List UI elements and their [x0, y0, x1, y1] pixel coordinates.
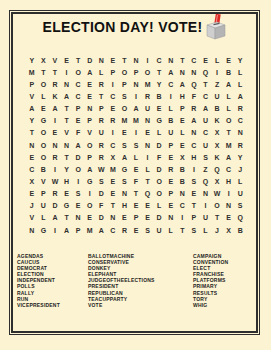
- grid-cell-r3c19: L: [234, 78, 246, 90]
- grid-cell-r9c14: X: [177, 151, 189, 163]
- grid-cell-r6c14: E: [177, 115, 189, 127]
- grid-cell-r4c10: I: [130, 90, 142, 102]
- grid-cell-r14c3: A: [49, 212, 61, 224]
- grid-cell-r1c15: C: [188, 54, 200, 66]
- ballot-box-icon: [204, 14, 228, 44]
- grid-cell-r6c12: G: [153, 115, 165, 127]
- grid-cell-r11c12: O: [153, 175, 165, 187]
- grid-cell-r7c5: F: [72, 127, 84, 139]
- grid-cell-r3c18: A: [223, 78, 235, 90]
- grid-cell-r5c9: O: [119, 103, 131, 115]
- grid-cell-r2c10: P: [130, 66, 142, 78]
- grid-cell-r11c3: W: [49, 175, 61, 187]
- grid-cell-r2c19: L: [234, 66, 246, 78]
- grid-cell-r6c18: O: [223, 115, 235, 127]
- grid-cell-r15c5: P: [72, 224, 84, 236]
- grid-cell-r3c2: O: [38, 78, 50, 90]
- grid-cell-r15c12: U: [153, 224, 165, 236]
- grid-cell-r7c14: L: [177, 127, 189, 139]
- grid-cell-r4c17: U: [211, 90, 223, 102]
- grid-cell-r10c4: Y: [61, 163, 73, 175]
- grid-cell-r15c1: N: [26, 224, 38, 236]
- grid-cell-r5c6: N: [84, 103, 96, 115]
- grid-cell-r3c7: R: [95, 78, 107, 90]
- grid-cell-r6c16: U: [200, 115, 212, 127]
- grid-cell-r15c2: G: [38, 224, 50, 236]
- grid-cell-r12c8: E: [107, 188, 119, 200]
- grid-cell-r13c6: O: [84, 200, 96, 212]
- grid-cell-r13c16: I: [200, 200, 212, 212]
- grid-cell-r10c17: Q: [211, 163, 223, 175]
- grid-cell-r1c5: T: [72, 54, 84, 66]
- grid-cell-r10c16: Z: [200, 163, 212, 175]
- grid-cell-r9c9: A: [119, 151, 131, 163]
- grid-cell-r4c2: L: [38, 90, 50, 102]
- grid-cell-r7c10: I: [130, 127, 142, 139]
- grid-cell-r5c11: U: [142, 103, 154, 115]
- grid-cell-r15c16: L: [200, 224, 212, 236]
- grid-cell-r14c8: N: [107, 212, 119, 224]
- grid-cell-r3c1: P: [26, 78, 38, 90]
- grid-cell-r5c3: A: [49, 103, 61, 115]
- grid-cell-r10c2: B: [38, 163, 50, 175]
- grid-cell-r1c16: E: [200, 54, 212, 66]
- grid-cell-r13c8: T: [107, 200, 119, 212]
- grid-cell-r2c7: L: [95, 66, 107, 78]
- grid-cell-r2c1: M: [26, 66, 38, 78]
- grid-cell-r4c14: H: [177, 90, 189, 102]
- grid-cell-r2c13: A: [165, 66, 177, 78]
- grid-cell-r6c19: C: [234, 115, 246, 127]
- grid-cell-r13c12: L: [153, 200, 165, 212]
- grid-cell-r13c5: E: [72, 200, 84, 212]
- grid-cell-r7c6: V: [84, 127, 96, 139]
- grid-cell-r1c4: E: [61, 54, 73, 66]
- grid-cell-r8c11: N: [142, 139, 154, 151]
- grid-cell-r3c11: M: [142, 78, 154, 90]
- grid-cell-r9c8: X: [107, 151, 119, 163]
- grid-cell-r8c4: N: [61, 139, 73, 151]
- grid-cell-r7c4: V: [61, 127, 73, 139]
- grid-cell-r6c17: K: [211, 115, 223, 127]
- grid-cell-r2c15: N: [188, 66, 200, 78]
- grid-cell-r9c17: K: [211, 151, 223, 163]
- page-title: ELECTION DAY! VOTE!: [43, 19, 203, 35]
- grid-cell-r10c19: J: [234, 163, 246, 175]
- grid-cell-r9c19: Y: [234, 151, 246, 163]
- grid-cell-r7c13: U: [165, 127, 177, 139]
- grid-cell-r10c1: C: [26, 163, 38, 175]
- grid-cell-r1c9: T: [119, 54, 131, 66]
- grid-cell-r2c9: O: [119, 66, 131, 78]
- grid-cell-r13c18: N: [223, 200, 235, 212]
- grid-cell-r6c9: M: [119, 115, 131, 127]
- grid-cell-r2c8: P: [107, 66, 119, 78]
- grid-cell-r10c11: L: [142, 163, 154, 175]
- grid-cell-r10c3: I: [49, 163, 61, 175]
- grid-cell-r10c7: W: [95, 163, 107, 175]
- grid-cell-r15c10: E: [130, 224, 142, 236]
- grid-cell-r1c13: N: [165, 54, 177, 66]
- grid-cell-r9c4: T: [61, 151, 73, 163]
- grid-cell-r3c4: N: [61, 78, 73, 90]
- grid-cell-r13c13: E: [165, 200, 177, 212]
- grid-cell-r7c18: T: [223, 127, 235, 139]
- grid-cell-r7c7: U: [95, 127, 107, 139]
- grid-cell-r1c14: T: [177, 54, 189, 66]
- grid-cell-r3c6: E: [84, 78, 96, 90]
- grid-cell-r7c19: N: [234, 127, 246, 139]
- grid-cell-r5c19: R: [234, 103, 246, 115]
- grid-cell-r10c18: C: [223, 163, 235, 175]
- grid-cell-r3c16: T: [200, 78, 212, 90]
- grid-cell-r15c3: I: [49, 224, 61, 236]
- grid-cell-r14c13: N: [165, 212, 177, 224]
- grid-cell-r14c11: E: [142, 212, 154, 224]
- grid-cell-r14c12: D: [153, 212, 165, 224]
- grid-cell-r13c11: E: [142, 200, 154, 212]
- grid-cell-r10c5: O: [72, 163, 84, 175]
- grid-cell-r15c17: J: [211, 224, 223, 236]
- grid-cell-r11c6: G: [84, 175, 96, 187]
- grid-cell-r2c5: O: [72, 66, 84, 78]
- grid-cell-r5c12: E: [153, 103, 165, 115]
- grid-cell-r1c19: Y: [234, 54, 246, 66]
- grid-cell-r4c6: E: [84, 90, 96, 102]
- grid-cell-r9c11: I: [142, 151, 154, 163]
- grid-cell-r6c2: G: [38, 115, 50, 127]
- grid-cell-r1c10: N: [130, 54, 142, 66]
- grid-cell-r1c11: I: [142, 54, 154, 66]
- word-list-column-1: AGENDASCAUCUSDEMOCRATELECTIONINDEPENDENT…: [17, 253, 88, 308]
- grid-cell-r12c7: D: [95, 188, 107, 200]
- grid-cell-r15c7: A: [95, 224, 107, 236]
- grid-cell-r7c8: I: [107, 127, 119, 139]
- grid-cell-r5c7: P: [95, 103, 107, 115]
- grid-cell-r4c5: C: [72, 90, 84, 102]
- grid-cell-r2c18: B: [223, 66, 235, 78]
- grid-cell-r12c12: O: [153, 188, 165, 200]
- grid-cell-r3c9: P: [119, 78, 131, 90]
- grid-cell-r2c17: I: [211, 66, 223, 78]
- grid-cell-r5c8: E: [107, 103, 119, 115]
- grid-cell-r1c2: X: [38, 54, 50, 66]
- grid-cell-r11c15: S: [188, 175, 200, 187]
- grid-cell-r8c14: E: [177, 139, 189, 151]
- grid-cell-r12c6: I: [84, 188, 96, 200]
- grid-cell-r12c10: T: [130, 188, 142, 200]
- grid-cell-r13c7: F: [95, 200, 107, 212]
- grid-cell-r11c13: E: [165, 175, 177, 187]
- grid-cell-r8c17: X: [211, 139, 223, 151]
- grid-cell-r11c18: H: [223, 175, 235, 187]
- grid-cell-r6c1: Y: [26, 115, 38, 127]
- grid-cell-r15c19: B: [234, 224, 246, 236]
- grid-cell-r13c9: H: [119, 200, 131, 212]
- grid-cell-r13c1: J: [26, 200, 38, 212]
- grid-cell-r8c19: R: [234, 139, 246, 151]
- grid-cell-r8c3: N: [49, 139, 61, 151]
- grid-cell-r13c10: E: [130, 200, 142, 212]
- grid-cell-r5c13: L: [165, 103, 177, 115]
- grid-cell-r11c4: H: [61, 175, 73, 187]
- grid-cell-r8c8: C: [107, 139, 119, 151]
- grid-cell-r8c7: R: [95, 139, 107, 151]
- grid-cell-r15c9: R: [119, 224, 131, 236]
- grid-cell-r7c11: E: [142, 127, 154, 139]
- grid-cell-r14c19: Q: [234, 212, 246, 224]
- grid-cell-r12c3: R: [49, 188, 61, 200]
- grid-cell-r9c13: E: [165, 151, 177, 163]
- grid-cell-r7c3: E: [49, 127, 61, 139]
- word-list-column-2: BALLOTMACHINECONSERVATIVEDONKEYELEPHANTJ…: [88, 253, 193, 308]
- grid-cell-r9c18: A: [223, 151, 235, 163]
- grid-cell-r5c18: L: [223, 103, 235, 115]
- grid-cell-r8c5: A: [72, 139, 84, 151]
- grid-cell-r15c15: S: [188, 224, 200, 236]
- grid-cell-r1c8: E: [107, 54, 119, 66]
- grid-cell-r15c13: L: [165, 224, 177, 236]
- grid-cell-r4c13: I: [165, 90, 177, 102]
- grid-cell-r14c18: E: [223, 212, 235, 224]
- grid-cell-r14c16: U: [200, 212, 212, 224]
- grid-cell-r1c1: Y: [26, 54, 38, 66]
- grid-cell-r13c15: T: [188, 200, 200, 212]
- grid-cell-r10c9: G: [119, 163, 131, 175]
- grid-cell-r1c17: L: [211, 54, 223, 66]
- grid-cell-r3c3: R: [49, 78, 61, 90]
- grid-cell-r14c6: E: [84, 212, 96, 224]
- grid-cell-r5c15: R: [188, 103, 200, 115]
- grid-cell-r3c14: A: [177, 78, 189, 90]
- grid-cell-r9c10: L: [130, 151, 142, 163]
- worksheet-page: ELECTION DAY! VOTE! YXVETDNETNICNTCELEYM…: [0, 0, 271, 350]
- grid-cell-r3c5: C: [72, 78, 84, 90]
- grid-cell-r14c14: I: [177, 212, 189, 224]
- grid-cell-r15c4: A: [61, 224, 73, 236]
- grid-cell-r5c14: P: [177, 103, 189, 115]
- grid-cell-r8c9: S: [119, 139, 131, 151]
- grid-cell-r11c19: L: [234, 175, 246, 187]
- grid-cell-r4c4: A: [61, 90, 73, 102]
- grid-cell-r10c12: D: [153, 163, 165, 175]
- grid-cell-r6c7: R: [95, 115, 107, 127]
- grid-cell-r4c3: K: [49, 90, 61, 102]
- grid-cell-r6c11: N: [142, 115, 154, 127]
- grid-cell-r12c2: P: [38, 188, 50, 200]
- grid-cell-r12c15: E: [188, 188, 200, 200]
- grid-cell-r6c13: B: [165, 115, 177, 127]
- grid-cell-r5c4: T: [61, 103, 73, 115]
- grid-cell-r11c14: B: [177, 175, 189, 187]
- grid-cell-r14c1: V: [26, 212, 38, 224]
- grid-cell-r9c15: H: [188, 151, 200, 163]
- grid-cell-r10c15: I: [188, 163, 200, 175]
- grid-cell-r2c6: A: [84, 66, 96, 78]
- grid-cell-r11c1: X: [26, 175, 38, 187]
- grid-cell-r4c15: F: [188, 90, 200, 102]
- grid-cell-r7c15: N: [188, 127, 200, 139]
- grid-cell-r9c7: R: [95, 151, 107, 163]
- grid-cell-r14c2: L: [38, 212, 50, 224]
- grid-cell-r4c19: A: [234, 90, 246, 102]
- grid-cell-r2c2: T: [38, 66, 50, 78]
- grid-cell-r5c5: P: [72, 103, 84, 115]
- grid-cell-r6c4: T: [61, 115, 73, 127]
- grid-cell-r15c11: S: [142, 224, 154, 236]
- grid-cell-r11c10: F: [130, 175, 142, 187]
- grid-cell-r15c14: T: [177, 224, 189, 236]
- grid-cell-r4c8: C: [107, 90, 119, 102]
- grid-cell-r8c2: O: [38, 139, 50, 151]
- grid-cell-r12c9: N: [119, 188, 131, 200]
- grid-cell-r6c6: P: [84, 115, 96, 127]
- grid-cell-r2c3: T: [49, 66, 61, 78]
- grid-cell-r8c10: S: [130, 139, 142, 151]
- grid-cell-r8c12: D: [153, 139, 165, 151]
- grid-cell-r5c2: E: [38, 103, 50, 115]
- grid-cell-r8c6: O: [84, 139, 96, 151]
- grid-cell-r13c2: U: [38, 200, 50, 212]
- word-list-item: VOTE: [88, 302, 193, 308]
- grid-cell-r12c14: N: [177, 188, 189, 200]
- grid-cell-r15c8: C: [107, 224, 119, 236]
- grid-cell-r8c18: M: [223, 139, 235, 151]
- grid-cell-r5c10: A: [130, 103, 142, 115]
- grid-cell-r10c8: M: [107, 163, 119, 175]
- grid-cell-r11c7: S: [95, 175, 107, 187]
- grid-cell-r8c16: U: [200, 139, 212, 151]
- grid-cell-r13c19: S: [234, 200, 246, 212]
- grid-cell-r12c19: U: [234, 188, 246, 200]
- grid-cell-r6c8: R: [107, 115, 119, 127]
- grid-cell-r12c13: P: [165, 188, 177, 200]
- grid-cell-r10c10: E: [130, 163, 142, 175]
- grid-cell-r12c4: E: [61, 188, 73, 200]
- grid-cell-r1c7: N: [95, 54, 107, 66]
- grid-cell-r1c12: C: [153, 54, 165, 66]
- grid-cell-r7c2: O: [38, 127, 50, 139]
- grid-cell-r7c9: E: [119, 127, 131, 139]
- grid-cell-r7c1: T: [26, 127, 38, 139]
- grid-cell-r1c18: E: [223, 54, 235, 66]
- grid-cell-r3c8: I: [107, 78, 119, 90]
- grid-cell-r6c5: E: [72, 115, 84, 127]
- grid-cell-r14c9: E: [119, 212, 131, 224]
- grid-cell-r1c6: D: [84, 54, 96, 66]
- grid-cell-r13c4: G: [61, 200, 73, 212]
- grid-cell-r11c5: I: [72, 175, 84, 187]
- grid-cell-r14c10: P: [130, 212, 142, 224]
- grid-cell-r2c14: N: [177, 66, 189, 78]
- grid-cell-r11c17: X: [211, 175, 223, 187]
- grid-cell-r11c11: T: [142, 175, 154, 187]
- grid-cell-r12c1: E: [26, 188, 38, 200]
- grid-cell-r4c9: S: [119, 90, 131, 102]
- grid-cell-r11c9: S: [119, 175, 131, 187]
- grid-cell-r5c16: A: [200, 103, 212, 115]
- grid-cell-r8c1: N: [26, 139, 38, 151]
- grid-cell-r6c15: A: [188, 115, 200, 127]
- grid-cell-r15c18: X: [223, 224, 235, 236]
- grid-cell-r14c17: T: [211, 212, 223, 224]
- grid-cell-r4c7: T: [95, 90, 107, 102]
- grid-cell-r7c17: X: [211, 127, 223, 139]
- word-list-item: VICEPRESIDENT: [17, 302, 88, 308]
- grid-cell-r9c12: F: [153, 151, 165, 163]
- grid-cell-r8c13: P: [165, 139, 177, 151]
- grid-cell-r3c13: C: [165, 78, 177, 90]
- grid-cell-r11c8: E: [107, 175, 119, 187]
- grid-cell-r9c5: D: [72, 151, 84, 163]
- word-list-column-3: CAMPAIGNCONVENTIONELECTFRANCHISEPLATFORM…: [193, 253, 255, 308]
- grid-cell-r10c14: B: [177, 163, 189, 175]
- grid-cell-r9c6: P: [84, 151, 96, 163]
- grid-cell-r7c12: L: [153, 127, 165, 139]
- grid-cell-r7c16: C: [200, 127, 212, 139]
- grid-cell-r14c7: D: [95, 212, 107, 224]
- grid-cell-r13c14: C: [177, 200, 189, 212]
- grid-cell-r2c11: O: [142, 66, 154, 78]
- grid-cell-r3c17: Z: [211, 78, 223, 90]
- grid-cell-r15c6: M: [84, 224, 96, 236]
- grid-cell-r2c4: I: [61, 66, 73, 78]
- grid-cell-r12c5: S: [72, 188, 84, 200]
- grid-cell-r12c16: N: [200, 188, 212, 200]
- grid-cell-r3c15: Q: [188, 78, 200, 90]
- grid-cell-r5c1: A: [26, 103, 38, 115]
- grid-cell-r3c12: Y: [153, 78, 165, 90]
- grid-cell-r1c3: V: [49, 54, 61, 66]
- header: ELECTION DAY! VOTE!: [0, 14, 271, 44]
- word-list: AGENDASCAUCUSDEMOCRATELECTIONINDEPENDENT…: [17, 253, 255, 308]
- grid-cell-r3c10: N: [130, 78, 142, 90]
- grid-cell-r4c1: V: [26, 90, 38, 102]
- grid-cell-r9c16: S: [200, 151, 212, 163]
- grid-cell-r8c15: C: [188, 139, 200, 151]
- grid-cell-r4c12: B: [153, 90, 165, 102]
- grid-cell-r13c3: D: [49, 200, 61, 212]
- word-list-item: WHIG: [193, 302, 255, 308]
- grid-cell-r10c6: A: [84, 163, 96, 175]
- grid-cell-r14c5: N: [72, 212, 84, 224]
- grid-cell-r12c17: W: [211, 188, 223, 200]
- grid-cell-r5c17: B: [211, 103, 223, 115]
- grid-cell-r4c18: L: [223, 90, 235, 102]
- grid-cell-r12c11: Q: [142, 188, 154, 200]
- grid-cell-r4c11: R: [142, 90, 154, 102]
- grid-cell-r14c4: T: [61, 212, 73, 224]
- grid-cell-r2c12: T: [153, 66, 165, 78]
- grid-cell-r6c10: M: [130, 115, 142, 127]
- grid-cell-r13c17: O: [211, 200, 223, 212]
- grid-cell-r2c16: Q: [200, 66, 212, 78]
- grid-cell-r9c2: O: [38, 151, 50, 163]
- grid-cell-r12c18: I: [223, 188, 235, 200]
- grid-cell-r14c15: P: [188, 212, 200, 224]
- grid-cell-r4c16: C: [200, 90, 212, 102]
- grid-cell-r9c3: R: [49, 151, 61, 163]
- word-search-grid: YXVETDNETNICNTCELEYMTTIOALPOPOTANNQIBLPO…: [26, 54, 246, 236]
- grid-cell-r10c13: R: [165, 163, 177, 175]
- grid-cell-r11c2: V: [38, 175, 50, 187]
- grid-cell-r6c3: I: [49, 115, 61, 127]
- grid-cell-r9c1: E: [26, 151, 38, 163]
- grid-cell-r11c16: Q: [200, 175, 212, 187]
